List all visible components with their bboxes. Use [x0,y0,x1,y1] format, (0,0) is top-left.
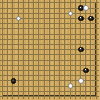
star-point [49,18,51,20]
stone-black-R6[interactable] [83,68,88,73]
stone-white-O3[interactable] [68,83,73,88]
star-point [18,49,20,51]
star-point [49,80,51,82]
stone-white-Q4[interactable] [78,78,83,83]
stone-black-Q10[interactable] [78,47,83,52]
star-point [49,49,51,51]
stone-black-S16[interactable] [88,16,93,21]
stone-white-O17[interactable] [68,11,73,16]
go-board[interactable] [0,0,100,100]
stone-white-D16[interactable] [16,16,21,21]
go-grid[interactable] [0,0,99,99]
stone-white-R18[interactable] [83,5,88,10]
stone-black-C4[interactable] [11,78,16,83]
star-point [18,80,20,82]
stone-black-Q16[interactable] [78,16,83,21]
